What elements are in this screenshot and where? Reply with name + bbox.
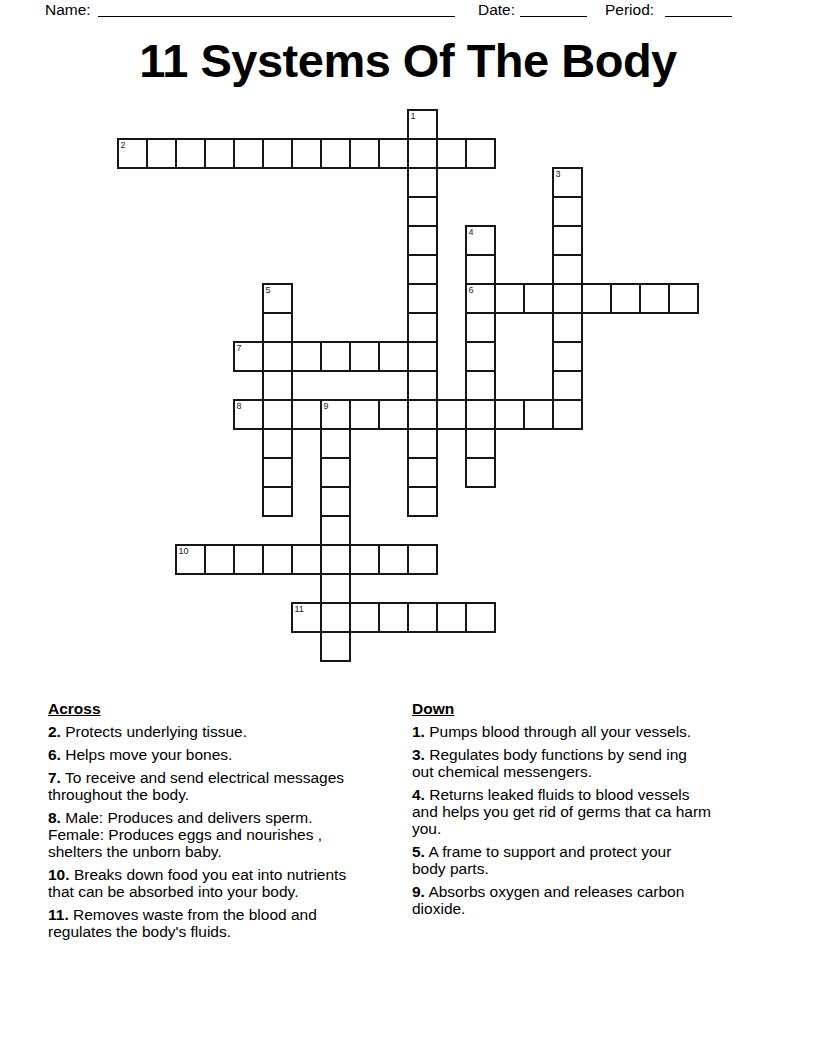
grid-cell-r6c10[interactable] bbox=[407, 283, 438, 314]
clue-number: 5. bbox=[412, 843, 425, 860]
grid-cell-r4c12[interactable]: 4 bbox=[465, 225, 496, 256]
grid-cell-r10c9[interactable] bbox=[378, 399, 409, 430]
grid-cell-r10c10[interactable] bbox=[407, 399, 438, 430]
cell-number-6: 6 bbox=[469, 285, 474, 295]
name-label: Name: bbox=[45, 1, 91, 18]
clue-across-2: 2. Protects underlying tissue. bbox=[48, 723, 406, 740]
grid-cell-r6c16[interactable] bbox=[581, 283, 612, 314]
grid-cell-r17c11[interactable] bbox=[436, 602, 467, 633]
grid-cell-r12c5[interactable] bbox=[262, 457, 293, 488]
grid-cell-r6c13[interactable] bbox=[494, 283, 525, 314]
clue-text: Returns leaked fluids to blood vessels a… bbox=[412, 786, 711, 837]
grid-cell-r17c12[interactable] bbox=[465, 602, 496, 633]
grid-cell-r8c8[interactable] bbox=[349, 341, 380, 372]
grid-cell-r10c8[interactable] bbox=[349, 399, 380, 430]
grid-cell-r10c11[interactable] bbox=[436, 399, 467, 430]
grid-cell-r12c12[interactable] bbox=[465, 457, 496, 488]
grid-cell-r6c5[interactable]: 5 bbox=[262, 283, 293, 314]
grid-cell-r1c3[interactable] bbox=[204, 138, 235, 169]
grid-cell-r1c1[interactable] bbox=[146, 138, 177, 169]
page-title: 11 Systems Of The Body bbox=[0, 33, 816, 88]
clue-down-3: 3. Regulates body functions by send ing … bbox=[412, 746, 770, 780]
across-clue-list: 2. Protects underlying tissue.6. Helps m… bbox=[48, 723, 406, 940]
grid-cell-r6c19[interactable] bbox=[668, 283, 699, 314]
clue-number: 11. bbox=[48, 906, 69, 923]
grid-cell-r16c7[interactable] bbox=[320, 573, 351, 604]
clue-across-10: 10. Breaks down food you eat into nutrie… bbox=[48, 866, 406, 900]
grid-cell-r10c6[interactable] bbox=[291, 399, 322, 430]
date-blank-line[interactable] bbox=[520, 2, 587, 17]
cell-number-1: 1 bbox=[411, 111, 416, 121]
grid-cell-r5c12[interactable] bbox=[465, 254, 496, 285]
grid-cell-r15c4[interactable] bbox=[233, 544, 264, 575]
grid-cell-r9c10[interactable] bbox=[407, 370, 438, 401]
cell-number-7: 7 bbox=[237, 343, 242, 353]
grid-cell-r10c15[interactable] bbox=[552, 399, 583, 430]
grid-cell-r11c5[interactable] bbox=[262, 428, 293, 459]
grid-cell-r15c3[interactable] bbox=[204, 544, 235, 575]
clue-across-11: 11. Removes waste from the blood and reg… bbox=[48, 906, 406, 940]
clue-text: A frame to support and protect your body… bbox=[412, 843, 671, 877]
grid-cell-r17c10[interactable] bbox=[407, 602, 438, 633]
grid-cell-r6c17[interactable] bbox=[610, 283, 641, 314]
grid-cell-r1c4[interactable] bbox=[233, 138, 264, 169]
period-blank-line[interactable] bbox=[665, 2, 732, 17]
clue-number: 2. bbox=[48, 723, 61, 740]
grid-cell-r11c12[interactable] bbox=[465, 428, 496, 459]
grid-cell-r10c12[interactable] bbox=[465, 399, 496, 430]
grid-cell-r6c15[interactable] bbox=[552, 283, 583, 314]
grid-cell-r10c13[interactable] bbox=[494, 399, 525, 430]
grid-cell-r8c15[interactable] bbox=[552, 341, 583, 372]
grid-cell-r11c10[interactable] bbox=[407, 428, 438, 459]
clue-number: 4. bbox=[412, 786, 425, 803]
grid-cell-r5c10[interactable] bbox=[407, 254, 438, 285]
grid-cell-r15c6[interactable] bbox=[291, 544, 322, 575]
name-blank-line[interactable] bbox=[98, 2, 455, 17]
grid-cell-r9c5[interactable] bbox=[262, 370, 293, 401]
grid-cell-r6c14[interactable] bbox=[523, 283, 554, 314]
grid-cell-r3c15[interactable] bbox=[552, 196, 583, 227]
grid-cell-r17c7[interactable] bbox=[320, 602, 351, 633]
clue-text: Male: Produces and delivers sperm. Femal… bbox=[48, 809, 322, 860]
grid-cell-r10c4[interactable]: 8 bbox=[233, 399, 264, 430]
grid-cell-r10c7[interactable]: 9 bbox=[320, 399, 351, 430]
grid-cell-r8c4[interactable]: 7 bbox=[233, 341, 264, 372]
clue-across-8: 8. Male: Produces and delivers sperm. Fe… bbox=[48, 809, 406, 860]
clue-down-1: 1. Pumps blood through all your vessels. bbox=[412, 723, 770, 740]
grid-cell-r1c12[interactable] bbox=[465, 138, 496, 169]
clue-text: Pumps blood through all your vessels. bbox=[429, 723, 691, 740]
crossword-grid: 1234567891011 bbox=[117, 109, 699, 662]
grid-cell-r12c7[interactable] bbox=[320, 457, 351, 488]
grid-cell-r8c6[interactable] bbox=[291, 341, 322, 372]
grid-cell-r15c5[interactable] bbox=[262, 544, 293, 575]
grid-cell-r1c10[interactable] bbox=[407, 138, 438, 169]
cell-number-8: 8 bbox=[237, 401, 242, 411]
grid-cell-r2c10[interactable] bbox=[407, 167, 438, 198]
grid-cell-r17c9[interactable] bbox=[378, 602, 409, 633]
grid-cell-r8c10[interactable] bbox=[407, 341, 438, 372]
clue-text: Protects underlying tissue. bbox=[65, 723, 247, 740]
grid-cell-r15c10[interactable] bbox=[407, 544, 438, 575]
grid-cell-r8c5[interactable] bbox=[262, 341, 293, 372]
grid-cell-r7c12[interactable] bbox=[465, 312, 496, 343]
grid-cell-r1c8[interactable] bbox=[349, 138, 380, 169]
cell-number-9: 9 bbox=[324, 401, 329, 411]
clue-across-7: 7. To receive and send electrical messag… bbox=[48, 769, 406, 803]
clue-text: Absorbs oxygen and releases carbon dioxi… bbox=[412, 883, 684, 917]
grid-cell-r1c2[interactable] bbox=[175, 138, 206, 169]
grid-cell-r1c9[interactable] bbox=[378, 138, 409, 169]
clue-down-4: 4. Returns leaked fluids to blood vessel… bbox=[412, 786, 770, 837]
grid-cell-r4c10[interactable] bbox=[407, 225, 438, 256]
grid-cell-r6c18[interactable] bbox=[639, 283, 670, 314]
cell-number-3: 3 bbox=[556, 169, 561, 179]
grid-cell-r1c11[interactable] bbox=[436, 138, 467, 169]
down-clue-list: 1. Pumps blood through all your vessels.… bbox=[412, 723, 770, 917]
grid-cell-r1c0[interactable]: 2 bbox=[117, 138, 148, 169]
clue-number: 10. bbox=[48, 866, 70, 883]
grid-cell-r7c5[interactable] bbox=[262, 312, 293, 343]
grid-cell-r14c7[interactable] bbox=[320, 515, 351, 546]
clue-number: 7. bbox=[48, 769, 61, 786]
cell-number-5: 5 bbox=[266, 285, 271, 295]
grid-cell-r11c7[interactable] bbox=[320, 428, 351, 459]
grid-cell-r17c8[interactable] bbox=[349, 602, 380, 633]
clue-down-9: 9. Absorbs oxygen and releases carbon di… bbox=[412, 883, 770, 917]
grid-cell-r2c15[interactable]: 3 bbox=[552, 167, 583, 198]
down-heading: Down bbox=[412, 700, 770, 717]
clue-text: Removes waste from the blood and regulat… bbox=[48, 906, 317, 940]
grid-cell-r8c7[interactable] bbox=[320, 341, 351, 372]
grid-cell-r1c5[interactable] bbox=[262, 138, 293, 169]
clue-text: Breaks down food you eat into nutrients … bbox=[48, 866, 346, 900]
clue-text: Helps move your bones. bbox=[65, 746, 232, 763]
grid-cell-r5c15[interactable] bbox=[552, 254, 583, 285]
across-heading: Across bbox=[48, 700, 406, 717]
clue-text: Regulates body functions by send ing out… bbox=[412, 746, 687, 780]
grid-cell-r9c12[interactable] bbox=[465, 370, 496, 401]
cell-number-10: 10 bbox=[179, 546, 189, 556]
grid-cell-r17c6[interactable]: 11 bbox=[291, 602, 322, 633]
grid-cell-r10c14[interactable] bbox=[523, 399, 554, 430]
grid-cell-r4c15[interactable] bbox=[552, 225, 583, 256]
grid-cell-r0c10[interactable]: 1 bbox=[407, 109, 438, 140]
clue-across-6: 6. Helps move your bones. bbox=[48, 746, 406, 763]
grid-cell-r7c15[interactable] bbox=[552, 312, 583, 343]
grid-cell-r3c10[interactable] bbox=[407, 196, 438, 227]
down-clues-section: Down 1. Pumps blood through all your ves… bbox=[412, 700, 770, 923]
cell-number-4: 4 bbox=[469, 227, 474, 237]
grid-cell-r18c7[interactable] bbox=[320, 631, 351, 662]
grid-cell-r6c12[interactable]: 6 bbox=[465, 283, 496, 314]
period-label: Period: bbox=[605, 1, 654, 18]
date-label: Date: bbox=[478, 1, 515, 18]
grid-cell-r10c5[interactable] bbox=[262, 399, 293, 430]
grid-cell-r13c5[interactable] bbox=[262, 486, 293, 517]
clue-number: 8. bbox=[48, 809, 61, 826]
grid-cell-r1c7[interactable] bbox=[320, 138, 351, 169]
grid-cell-r15c7[interactable] bbox=[320, 544, 351, 575]
grid-cell-r7c10[interactable] bbox=[407, 312, 438, 343]
clue-number: 6. bbox=[48, 746, 61, 763]
grid-cell-r12c10[interactable] bbox=[407, 457, 438, 488]
grid-cell-r1c6[interactable] bbox=[291, 138, 322, 169]
grid-cell-r13c10[interactable] bbox=[407, 486, 438, 517]
clue-number: 1. bbox=[412, 723, 425, 740]
grid-cell-r13c7[interactable] bbox=[320, 486, 351, 517]
grid-cell-r15c9[interactable] bbox=[378, 544, 409, 575]
clue-text: To receive and send electrical messages … bbox=[48, 769, 344, 803]
clue-number: 9. bbox=[412, 883, 425, 900]
cell-number-11: 11 bbox=[295, 604, 304, 614]
grid-cell-r15c8[interactable] bbox=[349, 544, 380, 575]
grid-cell-r15c2[interactable]: 10 bbox=[175, 544, 206, 575]
clue-number: 3. bbox=[412, 746, 425, 763]
grid-cell-r9c15[interactable] bbox=[552, 370, 583, 401]
grid-cell-r8c9[interactable] bbox=[378, 341, 409, 372]
cell-number-2: 2 bbox=[121, 140, 126, 150]
clue-down-5: 5. A frame to support and protect your b… bbox=[412, 843, 770, 877]
grid-cell-r8c12[interactable] bbox=[465, 341, 496, 372]
across-clues-section: Across 2. Protects underlying tissue.6. … bbox=[48, 700, 406, 946]
